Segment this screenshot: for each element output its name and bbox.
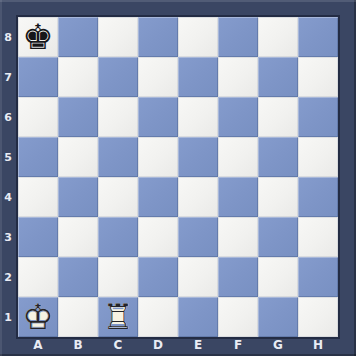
- square-h7[interactable]: [298, 57, 338, 97]
- square-f7[interactable]: [218, 57, 258, 97]
- square-f3[interactable]: [218, 217, 258, 257]
- square-g8[interactable]: [258, 17, 298, 57]
- file-label-c: C: [98, 337, 138, 356]
- file-label-a: A: [18, 337, 58, 356]
- square-d6[interactable]: [138, 97, 178, 137]
- square-f6[interactable]: [218, 97, 258, 137]
- square-b5[interactable]: [58, 137, 98, 177]
- rank-label-2: 2: [0, 257, 16, 297]
- square-g1[interactable]: [258, 297, 298, 337]
- square-f8[interactable]: [218, 17, 258, 57]
- square-c8[interactable]: [98, 17, 138, 57]
- file-label-h: H: [298, 337, 338, 356]
- chess-board-frame: 87654321 ABCDEFGH ♚♚♔♜♖: [0, 0, 356, 356]
- file-label-g: G: [258, 337, 298, 356]
- board-grid: ♚♚♔♜♖: [18, 17, 338, 337]
- square-d7[interactable]: [138, 57, 178, 97]
- square-c1[interactable]: ♜♖: [98, 297, 138, 337]
- square-f2[interactable]: [218, 257, 258, 297]
- square-d4[interactable]: [138, 177, 178, 217]
- square-h4[interactable]: [298, 177, 338, 217]
- square-c2[interactable]: [98, 257, 138, 297]
- square-f1[interactable]: [218, 297, 258, 337]
- file-label-d: D: [138, 337, 178, 356]
- square-g7[interactable]: [258, 57, 298, 97]
- file-label-e: E: [178, 337, 218, 356]
- square-a2[interactable]: [18, 257, 58, 297]
- black-king-glyph: ♚: [18, 17, 58, 57]
- square-d5[interactable]: [138, 137, 178, 177]
- square-a3[interactable]: [18, 217, 58, 257]
- square-c6[interactable]: [98, 97, 138, 137]
- square-d1[interactable]: [138, 297, 178, 337]
- square-g5[interactable]: [258, 137, 298, 177]
- rank-label-1: 1: [0, 297, 16, 337]
- rank-label-6: 6: [0, 97, 16, 137]
- square-h5[interactable]: [298, 137, 338, 177]
- square-f5[interactable]: [218, 137, 258, 177]
- white-king-outline-glyph: ♔: [18, 297, 58, 337]
- piece-black-king[interactable]: ♚: [18, 17, 58, 57]
- square-g4[interactable]: [258, 177, 298, 217]
- square-a5[interactable]: [18, 137, 58, 177]
- square-h3[interactable]: [298, 217, 338, 257]
- square-b2[interactable]: [58, 257, 98, 297]
- square-b6[interactable]: [58, 97, 98, 137]
- file-label-b: B: [58, 337, 98, 356]
- square-a7[interactable]: [18, 57, 58, 97]
- square-e7[interactable]: [178, 57, 218, 97]
- square-a6[interactable]: [18, 97, 58, 137]
- square-f4[interactable]: [218, 177, 258, 217]
- square-b8[interactable]: [58, 17, 98, 57]
- board-outline: ♚♚♔♜♖: [16, 15, 340, 339]
- square-g6[interactable]: [258, 97, 298, 137]
- square-g2[interactable]: [258, 257, 298, 297]
- square-h2[interactable]: [298, 257, 338, 297]
- square-e1[interactable]: [178, 297, 218, 337]
- square-e2[interactable]: [178, 257, 218, 297]
- white-rook-outline-glyph: ♖: [98, 297, 138, 337]
- rank-label-5: 5: [0, 137, 16, 177]
- square-e3[interactable]: [178, 217, 218, 257]
- rank-label-7: 7: [0, 57, 16, 97]
- piece-white-rook[interactable]: ♜♖: [98, 297, 138, 337]
- square-b4[interactable]: [58, 177, 98, 217]
- square-b3[interactable]: [58, 217, 98, 257]
- square-d3[interactable]: [138, 217, 178, 257]
- square-e8[interactable]: [178, 17, 218, 57]
- square-a1[interactable]: ♚♔: [18, 297, 58, 337]
- square-a4[interactable]: [18, 177, 58, 217]
- rank-labels: 87654321: [0, 17, 16, 337]
- square-c3[interactable]: [98, 217, 138, 257]
- square-d2[interactable]: [138, 257, 178, 297]
- square-c4[interactable]: [98, 177, 138, 217]
- square-h6[interactable]: [298, 97, 338, 137]
- square-c7[interactable]: [98, 57, 138, 97]
- rank-label-8: 8: [0, 17, 16, 57]
- square-b7[interactable]: [58, 57, 98, 97]
- square-a8[interactable]: ♚: [18, 17, 58, 57]
- square-e5[interactable]: [178, 137, 218, 177]
- square-h8[interactable]: [298, 17, 338, 57]
- square-e4[interactable]: [178, 177, 218, 217]
- rank-label-4: 4: [0, 177, 16, 217]
- square-d8[interactable]: [138, 17, 178, 57]
- square-c5[interactable]: [98, 137, 138, 177]
- file-labels: ABCDEFGH: [18, 337, 338, 356]
- square-h1[interactable]: [298, 297, 338, 337]
- square-g3[interactable]: [258, 217, 298, 257]
- rank-label-3: 3: [0, 217, 16, 257]
- file-label-f: F: [218, 337, 258, 356]
- square-b1[interactable]: [58, 297, 98, 337]
- square-e6[interactable]: [178, 97, 218, 137]
- piece-white-king[interactable]: ♚♔: [18, 297, 58, 337]
